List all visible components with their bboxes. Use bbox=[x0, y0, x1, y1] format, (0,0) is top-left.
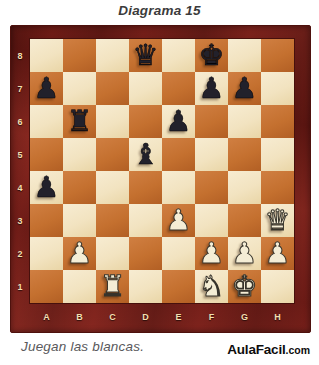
square-f6 bbox=[195, 105, 228, 138]
diagram-page: Diagrama 15 87654321 ♛♚♟♟♟♜♟♝♟♟♛♟♟♟♟♜♞♚ … bbox=[0, 0, 319, 365]
square-c7 bbox=[96, 72, 129, 105]
square-g6 bbox=[228, 105, 261, 138]
square-a8 bbox=[30, 39, 63, 72]
square-c3 bbox=[96, 204, 129, 237]
rank-label-1: 1 bbox=[11, 270, 29, 303]
white-pawn: ♟ bbox=[63, 237, 96, 270]
square-h2: ♟ bbox=[261, 237, 294, 270]
chess-board: 87654321 ♛♚♟♟♟♜♟♝♟♟♛♟♟♟♟♜♞♚ ABCDEFGH bbox=[10, 25, 311, 333]
rank-label-6: 6 bbox=[11, 105, 29, 138]
square-g5 bbox=[228, 138, 261, 171]
square-a5 bbox=[30, 138, 63, 171]
rank-label-7: 7 bbox=[11, 72, 29, 105]
square-c8 bbox=[96, 39, 129, 72]
square-b5 bbox=[63, 138, 96, 171]
square-h8 bbox=[261, 39, 294, 72]
square-d8: ♛ bbox=[129, 39, 162, 72]
diagram-title: Diagrama 15 bbox=[0, 3, 319, 18]
branding: AulaFacil.com bbox=[227, 340, 310, 358]
file-label-d: D bbox=[129, 304, 162, 330]
square-e5 bbox=[162, 138, 195, 171]
white-pawn: ♟ bbox=[162, 204, 195, 237]
board-grid: ♛♚♟♟♟♜♟♝♟♟♛♟♟♟♟♜♞♚ bbox=[29, 38, 295, 304]
square-h7 bbox=[261, 72, 294, 105]
square-d5: ♝ bbox=[129, 138, 162, 171]
black-pawn: ♟ bbox=[30, 72, 63, 105]
square-f8: ♚ bbox=[195, 39, 228, 72]
square-a1 bbox=[30, 270, 63, 303]
black-pawn: ♟ bbox=[30, 171, 63, 204]
file-label-e: E bbox=[162, 304, 195, 330]
square-b4 bbox=[63, 171, 96, 204]
black-bishop: ♝ bbox=[129, 138, 162, 171]
file-label-g: G bbox=[228, 304, 261, 330]
square-b6: ♜ bbox=[63, 105, 96, 138]
file-label-b: B bbox=[63, 304, 96, 330]
caption-to-move: Juegan las blancas. bbox=[21, 339, 144, 354]
square-e1 bbox=[162, 270, 195, 303]
black-pawn: ♟ bbox=[195, 72, 228, 105]
rank-label-5: 5 bbox=[11, 138, 29, 171]
square-g4 bbox=[228, 171, 261, 204]
white-knight: ♞ bbox=[195, 270, 228, 303]
square-b1 bbox=[63, 270, 96, 303]
rank-label-8: 8 bbox=[11, 39, 29, 72]
square-b7 bbox=[63, 72, 96, 105]
square-g2: ♟ bbox=[228, 237, 261, 270]
square-h4 bbox=[261, 171, 294, 204]
square-a3 bbox=[30, 204, 63, 237]
square-g3 bbox=[228, 204, 261, 237]
square-h3: ♛ bbox=[261, 204, 294, 237]
rank-label-2: 2 bbox=[11, 237, 29, 270]
white-pawn: ♟ bbox=[195, 237, 228, 270]
white-queen: ♛ bbox=[261, 204, 294, 237]
white-pawn: ♟ bbox=[261, 237, 294, 270]
square-f5 bbox=[195, 138, 228, 171]
square-c5 bbox=[96, 138, 129, 171]
rank-labels: 87654321 bbox=[11, 39, 29, 303]
square-a7: ♟ bbox=[30, 72, 63, 105]
square-d3 bbox=[129, 204, 162, 237]
square-e6: ♟ bbox=[162, 105, 195, 138]
square-c6 bbox=[96, 105, 129, 138]
square-a4: ♟ bbox=[30, 171, 63, 204]
square-e2 bbox=[162, 237, 195, 270]
square-d4 bbox=[129, 171, 162, 204]
square-f3 bbox=[195, 204, 228, 237]
square-g8 bbox=[228, 39, 261, 72]
black-pawn: ♟ bbox=[162, 105, 195, 138]
square-c1: ♜ bbox=[96, 270, 129, 303]
square-c4 bbox=[96, 171, 129, 204]
file-label-h: H bbox=[261, 304, 294, 330]
brand-name: AulaFacil bbox=[227, 342, 285, 357]
black-queen: ♛ bbox=[129, 39, 162, 72]
white-king: ♚ bbox=[228, 270, 261, 303]
square-a6 bbox=[30, 105, 63, 138]
file-label-c: C bbox=[96, 304, 129, 330]
square-g7: ♟ bbox=[228, 72, 261, 105]
square-b8 bbox=[63, 39, 96, 72]
black-rook: ♜ bbox=[63, 105, 96, 138]
square-d2 bbox=[129, 237, 162, 270]
square-d6 bbox=[129, 105, 162, 138]
square-f2: ♟ bbox=[195, 237, 228, 270]
brand-suffix: .com bbox=[285, 344, 310, 356]
square-b2: ♟ bbox=[63, 237, 96, 270]
square-h1 bbox=[261, 270, 294, 303]
square-d7 bbox=[129, 72, 162, 105]
square-g1: ♚ bbox=[228, 270, 261, 303]
square-e3: ♟ bbox=[162, 204, 195, 237]
square-f1: ♞ bbox=[195, 270, 228, 303]
white-rook: ♜ bbox=[96, 270, 129, 303]
square-b3 bbox=[63, 204, 96, 237]
square-e7 bbox=[162, 72, 195, 105]
square-d1 bbox=[129, 270, 162, 303]
rank-label-4: 4 bbox=[11, 171, 29, 204]
square-a2 bbox=[30, 237, 63, 270]
black-pawn: ♟ bbox=[228, 72, 261, 105]
rank-label-3: 3 bbox=[11, 204, 29, 237]
file-label-a: A bbox=[30, 304, 63, 330]
file-labels: ABCDEFGH bbox=[30, 304, 294, 330]
white-pawn: ♟ bbox=[228, 237, 261, 270]
square-f7: ♟ bbox=[195, 72, 228, 105]
file-label-f: F bbox=[195, 304, 228, 330]
square-e8 bbox=[162, 39, 195, 72]
black-king: ♚ bbox=[195, 39, 228, 72]
square-h5 bbox=[261, 138, 294, 171]
square-e4 bbox=[162, 171, 195, 204]
square-c2 bbox=[96, 237, 129, 270]
square-h6 bbox=[261, 105, 294, 138]
square-f4 bbox=[195, 171, 228, 204]
